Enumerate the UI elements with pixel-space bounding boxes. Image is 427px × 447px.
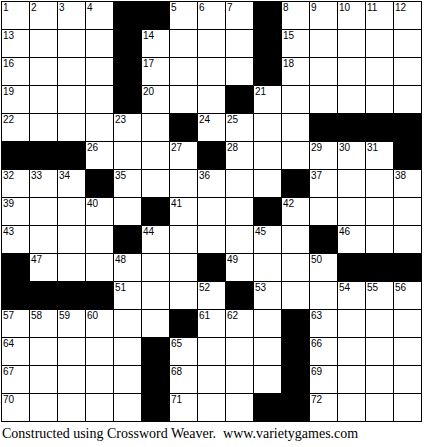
block-cell-r3c10 xyxy=(254,58,281,85)
block-cell-r6c1 xyxy=(2,142,29,169)
cell-r2c7[interactable] xyxy=(170,30,197,57)
clue-number-43: 43 xyxy=(3,226,14,237)
cell-r7c5[interactable]: 35 xyxy=(114,170,141,197)
cell-r9c13[interactable]: 46 xyxy=(338,226,365,253)
cell-r6c5[interactable] xyxy=(114,142,141,169)
cell-r12c3[interactable]: 59 xyxy=(58,310,85,337)
cell-r7c2[interactable]: 33 xyxy=(30,170,57,197)
cell-r11c8[interactable]: 52 xyxy=(198,282,225,309)
cell-r7c10[interactable] xyxy=(254,170,281,197)
block-cell-r11c2 xyxy=(30,282,57,309)
cell-r12c5[interactable] xyxy=(114,310,141,337)
cell-r8c12[interactable] xyxy=(310,198,337,225)
cell-r10c2[interactable]: 47 xyxy=(30,254,57,281)
block-cell-r5c12 xyxy=(310,114,337,141)
crossword-grid: 1234567891011121314151617181920212223242… xyxy=(1,1,422,422)
cell-r13c2[interactable] xyxy=(30,338,57,365)
cell-r15c4[interactable] xyxy=(86,394,113,421)
cell-r9c10[interactable]: 45 xyxy=(254,226,281,253)
cell-r8c2[interactable] xyxy=(30,198,57,225)
clue-number-19: 19 xyxy=(3,86,14,97)
cell-r12c6[interactable] xyxy=(142,310,169,337)
cell-r4c14[interactable] xyxy=(366,86,393,113)
block-cell-r6c8 xyxy=(198,142,225,169)
cell-r8c3[interactable] xyxy=(58,198,85,225)
clue-number-66: 66 xyxy=(311,338,322,349)
block-cell-r14c11 xyxy=(282,366,309,393)
cell-r7c9[interactable] xyxy=(226,170,253,197)
block-cell-r4c5 xyxy=(114,86,141,113)
cell-r12c14[interactable] xyxy=(366,310,393,337)
clue-number-63: 63 xyxy=(311,310,322,321)
clue-number-64: 64 xyxy=(3,338,14,349)
cell-r13c7[interactable]: 65 xyxy=(170,338,197,365)
cell-r12c1[interactable]: 57 xyxy=(2,310,29,337)
clue-number-5: 5 xyxy=(171,2,177,13)
cell-r12c10[interactable] xyxy=(254,310,281,337)
cell-r10c11[interactable] xyxy=(282,254,309,281)
cell-r15c5[interactable] xyxy=(114,394,141,421)
clue-number-65: 65 xyxy=(171,338,182,349)
clue-number-38: 38 xyxy=(395,170,406,181)
cell-r1c14[interactable]: 11 xyxy=(366,2,393,29)
cell-r12c4[interactable]: 60 xyxy=(86,310,113,337)
cell-r13c14[interactable] xyxy=(366,338,393,365)
block-cell-r11c1 xyxy=(2,282,29,309)
cell-r7c1[interactable]: 32 xyxy=(2,170,29,197)
cell-r14c10[interactable] xyxy=(254,366,281,393)
clue-number-45: 45 xyxy=(255,226,266,237)
cell-r11c12[interactable] xyxy=(310,282,337,309)
block-cell-r10c13 xyxy=(338,254,365,281)
clue-number-37: 37 xyxy=(311,170,322,181)
cell-r9c4[interactable] xyxy=(86,226,113,253)
cell-r4c11[interactable] xyxy=(282,86,309,113)
cell-r4c7[interactable] xyxy=(170,86,197,113)
cell-r15c13[interactable] xyxy=(338,394,365,421)
clue-number-42: 42 xyxy=(283,198,294,209)
cell-r8c15[interactable] xyxy=(394,198,421,225)
cell-r11c13[interactable]: 54 xyxy=(338,282,365,309)
cell-r2c12[interactable] xyxy=(310,30,337,57)
cell-r15c3[interactable] xyxy=(58,394,85,421)
cell-r8c5[interactable] xyxy=(114,198,141,225)
block-cell-r5c15 xyxy=(394,114,421,141)
cell-r6c4[interactable]: 26 xyxy=(86,142,113,169)
clue-number-71: 71 xyxy=(171,394,182,405)
clue-number-4: 4 xyxy=(87,2,93,13)
cell-r14c14[interactable] xyxy=(366,366,393,393)
clue-number-33: 33 xyxy=(31,170,42,181)
clue-number-20: 20 xyxy=(143,86,154,97)
clue-number-35: 35 xyxy=(115,170,126,181)
cell-r7c14[interactable] xyxy=(366,170,393,197)
cell-r6c10[interactable] xyxy=(254,142,281,169)
cell-r9c3[interactable] xyxy=(58,226,85,253)
clue-number-29: 29 xyxy=(311,142,322,153)
clue-number-1: 1 xyxy=(3,2,9,13)
block-cell-r9c5 xyxy=(114,226,141,253)
cell-r3c12[interactable] xyxy=(310,58,337,85)
block-cell-r1c5 xyxy=(114,2,141,29)
cell-r6c14[interactable]: 31 xyxy=(366,142,393,169)
cell-r14c5[interactable] xyxy=(114,366,141,393)
cell-r8c8[interactable] xyxy=(198,198,225,225)
cell-r5c2[interactable] xyxy=(30,114,57,141)
cell-r15c15[interactable] xyxy=(394,394,421,421)
cell-r1c4[interactable]: 4 xyxy=(86,2,113,29)
block-cell-r10c14 xyxy=(366,254,393,281)
cell-r12c15[interactable] xyxy=(394,310,421,337)
cell-r4c8[interactable] xyxy=(198,86,225,113)
cell-r8c9[interactable] xyxy=(226,198,253,225)
block-cell-r12c7 xyxy=(170,310,197,337)
clue-number-51: 51 xyxy=(115,282,126,293)
cell-r6c13[interactable]: 30 xyxy=(338,142,365,169)
cell-r15c14[interactable] xyxy=(366,394,393,421)
block-cell-r13c6 xyxy=(142,338,169,365)
clue-number-41: 41 xyxy=(171,198,182,209)
cell-r9c1[interactable]: 43 xyxy=(2,226,29,253)
cell-r14c8[interactable] xyxy=(198,366,225,393)
clue-number-7: 7 xyxy=(227,2,233,13)
cell-r1c13[interactable]: 10 xyxy=(338,2,365,29)
cell-r2c14[interactable] xyxy=(366,30,393,57)
cell-r14c1[interactable]: 67 xyxy=(2,366,29,393)
cell-r1c9[interactable]: 7 xyxy=(226,2,253,29)
cell-r6c6[interactable] xyxy=(142,142,169,169)
cell-r15c1[interactable]: 70 xyxy=(2,394,29,421)
block-cell-r15c6 xyxy=(142,394,169,421)
block-cell-r12c11 xyxy=(282,310,309,337)
cell-r14c12[interactable]: 69 xyxy=(310,366,337,393)
clue-number-48: 48 xyxy=(115,254,126,265)
clue-number-46: 46 xyxy=(339,226,350,237)
block-cell-r10c1 xyxy=(2,254,29,281)
cell-r3c1[interactable]: 16 xyxy=(2,58,29,85)
block-cell-r2c10 xyxy=(254,30,281,57)
cell-r4c15[interactable] xyxy=(394,86,421,113)
cell-r12c13[interactable] xyxy=(338,310,365,337)
cell-r9c9[interactable] xyxy=(226,226,253,253)
cell-r9c7[interactable] xyxy=(170,226,197,253)
clue-number-13: 13 xyxy=(3,30,14,41)
block-cell-r15c11 xyxy=(282,394,309,421)
clue-number-61: 61 xyxy=(199,310,210,321)
cell-r11c7[interactable] xyxy=(170,282,197,309)
cell-r13c4[interactable] xyxy=(86,338,113,365)
cell-r13c5[interactable] xyxy=(114,338,141,365)
clue-number-30: 30 xyxy=(339,142,350,153)
clue-number-53: 53 xyxy=(255,282,266,293)
cell-r4c6[interactable]: 20 xyxy=(142,86,169,113)
cell-r14c3[interactable] xyxy=(58,366,85,393)
clue-number-8: 8 xyxy=(283,2,289,13)
cell-r11c14[interactable]: 55 xyxy=(366,282,393,309)
cell-r4c1[interactable]: 19 xyxy=(2,86,29,113)
cell-r1c15[interactable]: 12 xyxy=(394,2,421,29)
cell-r10c9[interactable]: 49 xyxy=(226,254,253,281)
clue-number-27: 27 xyxy=(171,142,182,153)
block-cell-r8c6 xyxy=(142,198,169,225)
cell-r10c12[interactable]: 50 xyxy=(310,254,337,281)
clue-number-2: 2 xyxy=(31,2,37,13)
clue-number-62: 62 xyxy=(227,310,238,321)
cell-r2c2[interactable] xyxy=(30,30,57,57)
cell-r5c4[interactable] xyxy=(86,114,113,141)
block-cell-r6c3 xyxy=(58,142,85,169)
cell-r13c15[interactable] xyxy=(394,338,421,365)
cell-r7c3[interactable]: 34 xyxy=(58,170,85,197)
block-cell-r6c2 xyxy=(30,142,57,169)
cell-r11c6[interactable] xyxy=(142,282,169,309)
cell-r6c12[interactable]: 29 xyxy=(310,142,337,169)
block-cell-r14c6 xyxy=(142,366,169,393)
clue-number-9: 9 xyxy=(311,2,317,13)
cell-r10c7[interactable] xyxy=(170,254,197,281)
cell-r15c12[interactable]: 72 xyxy=(310,394,337,421)
cell-r4c10[interactable]: 21 xyxy=(254,86,281,113)
crossword-page: 1234567891011121314151617181920212223242… xyxy=(0,1,427,442)
block-cell-r15c10 xyxy=(254,394,281,421)
block-cell-r1c6 xyxy=(142,2,169,29)
cell-r7c15[interactable]: 38 xyxy=(394,170,421,197)
block-cell-r5c7 xyxy=(170,114,197,141)
block-cell-r1c10 xyxy=(254,2,281,29)
clue-number-31: 31 xyxy=(367,142,378,153)
clue-number-12: 12 xyxy=(395,2,406,13)
cell-r15c9[interactable] xyxy=(226,394,253,421)
cell-r7c12[interactable]: 37 xyxy=(310,170,337,197)
cell-r7c13[interactable] xyxy=(338,170,365,197)
cell-r5c3[interactable] xyxy=(58,114,85,141)
cell-r3c13[interactable] xyxy=(338,58,365,85)
cell-r4c13[interactable] xyxy=(338,86,365,113)
cell-r13c8[interactable] xyxy=(198,338,225,365)
clue-number-39: 39 xyxy=(3,198,14,209)
cell-r5c9[interactable]: 25 xyxy=(226,114,253,141)
clue-number-58: 58 xyxy=(31,310,42,321)
cell-r9c2[interactable] xyxy=(30,226,57,253)
cell-r3c9[interactable] xyxy=(226,58,253,85)
clue-number-49: 49 xyxy=(227,254,238,265)
cell-r14c4[interactable] xyxy=(86,366,113,393)
cell-r14c9[interactable] xyxy=(226,366,253,393)
cell-r8c14[interactable] xyxy=(366,198,393,225)
cell-r4c2[interactable] xyxy=(30,86,57,113)
cell-r5c8[interactable]: 24 xyxy=(198,114,225,141)
cell-r2c9[interactable] xyxy=(226,30,253,57)
cell-r1c12[interactable]: 9 xyxy=(310,2,337,29)
clue-number-25: 25 xyxy=(227,114,238,125)
clue-number-11: 11 xyxy=(367,2,377,13)
block-cell-r13c11 xyxy=(282,338,309,365)
clue-number-40: 40 xyxy=(87,198,98,209)
cell-r13c3[interactable] xyxy=(58,338,85,365)
cell-r10c3[interactable] xyxy=(58,254,85,281)
clue-number-26: 26 xyxy=(87,142,98,153)
cell-r8c7[interactable]: 41 xyxy=(170,198,197,225)
clue-number-21: 21 xyxy=(255,86,266,97)
cell-r9c8[interactable] xyxy=(198,226,225,253)
cell-r2c15[interactable] xyxy=(394,30,421,57)
cell-r13c9[interactable] xyxy=(226,338,253,365)
credit-line: Constructed using Crossword Weaver. www.… xyxy=(2,426,427,442)
cell-r7c8[interactable]: 36 xyxy=(198,170,225,197)
cell-r2c13[interactable] xyxy=(338,30,365,57)
cell-r13c1[interactable]: 64 xyxy=(2,338,29,365)
cell-r9c6[interactable]: 44 xyxy=(142,226,169,253)
clue-number-6: 6 xyxy=(199,2,205,13)
cell-r3c15[interactable] xyxy=(394,58,421,85)
clue-number-55: 55 xyxy=(367,282,378,293)
cell-r15c2[interactable] xyxy=(30,394,57,421)
cell-r1c3[interactable]: 3 xyxy=(58,2,85,29)
cell-r3c14[interactable] xyxy=(366,58,393,85)
cell-r9c14[interactable] xyxy=(366,226,393,253)
cell-r13c10[interactable] xyxy=(254,338,281,365)
clue-number-67: 67 xyxy=(3,366,14,377)
cell-r12c9[interactable]: 62 xyxy=(226,310,253,337)
clue-number-34: 34 xyxy=(59,170,70,181)
clue-number-52: 52 xyxy=(199,282,210,293)
cell-r8c1[interactable]: 39 xyxy=(2,198,29,225)
block-cell-r11c3 xyxy=(58,282,85,309)
cell-r4c3[interactable] xyxy=(58,86,85,113)
cell-r9c15[interactable] xyxy=(394,226,421,253)
cell-r1c11[interactable]: 8 xyxy=(282,2,309,29)
clue-number-47: 47 xyxy=(31,254,42,265)
cell-r14c15[interactable] xyxy=(394,366,421,393)
cell-r14c13[interactable] xyxy=(338,366,365,393)
cell-r12c2[interactable]: 58 xyxy=(30,310,57,337)
cell-r14c2[interactable] xyxy=(30,366,57,393)
cell-r10c4[interactable] xyxy=(86,254,113,281)
block-cell-r6c15 xyxy=(394,142,421,169)
cell-r3c2[interactable] xyxy=(30,58,57,85)
cell-r3c7[interactable] xyxy=(170,58,197,85)
cell-r15c8[interactable] xyxy=(198,394,225,421)
cell-r5c11[interactable] xyxy=(282,114,309,141)
clue-number-72: 72 xyxy=(311,394,322,405)
cell-r3c4[interactable] xyxy=(86,58,113,85)
cell-r1c1[interactable]: 1 xyxy=(2,2,29,29)
clue-number-16: 16 xyxy=(3,58,14,69)
clue-number-22: 22 xyxy=(3,114,14,125)
block-cell-r11c9 xyxy=(226,282,253,309)
cell-r5c5[interactable]: 23 xyxy=(114,114,141,141)
block-cell-r8c10 xyxy=(254,198,281,225)
cell-r3c8[interactable] xyxy=(198,58,225,85)
block-cell-r9c12 xyxy=(310,226,337,253)
cell-r8c11[interactable]: 42 xyxy=(282,198,309,225)
cell-r9c11[interactable] xyxy=(282,226,309,253)
block-cell-r11c4 xyxy=(86,282,113,309)
block-cell-r10c8 xyxy=(198,254,225,281)
clue-number-59: 59 xyxy=(59,310,70,321)
block-cell-r7c4 xyxy=(86,170,113,197)
block-cell-r4c9 xyxy=(226,86,253,113)
clue-number-24: 24 xyxy=(199,114,210,125)
clue-number-23: 23 xyxy=(115,114,126,125)
clue-number-50: 50 xyxy=(311,254,322,265)
cell-r7c7[interactable] xyxy=(170,170,197,197)
cell-r11c11[interactable] xyxy=(282,282,309,309)
clue-number-28: 28 xyxy=(227,142,238,153)
clue-number-3: 3 xyxy=(59,2,65,13)
cell-r1c7[interactable]: 5 xyxy=(170,2,197,29)
cell-r6c7[interactable]: 27 xyxy=(170,142,197,169)
cell-r14c7[interactable]: 68 xyxy=(170,366,197,393)
cell-r8c4[interactable]: 40 xyxy=(86,198,113,225)
cell-r11c15[interactable]: 56 xyxy=(394,282,421,309)
cell-r4c4[interactable] xyxy=(86,86,113,113)
block-cell-r5c14 xyxy=(366,114,393,141)
cell-r11c5[interactable]: 51 xyxy=(114,282,141,309)
cell-r11c10[interactable]: 53 xyxy=(254,282,281,309)
clue-number-69: 69 xyxy=(311,366,322,377)
clue-number-36: 36 xyxy=(199,170,210,181)
clue-number-10: 10 xyxy=(339,2,350,13)
cell-r5c1[interactable]: 22 xyxy=(2,114,29,141)
cell-r2c8[interactable] xyxy=(198,30,225,57)
cell-r10c6[interactable] xyxy=(142,254,169,281)
clue-number-15: 15 xyxy=(283,30,294,41)
cell-r3c11[interactable]: 18 xyxy=(282,58,309,85)
clue-number-14: 14 xyxy=(143,30,154,41)
block-cell-r10c15 xyxy=(394,254,421,281)
clue-number-68: 68 xyxy=(171,366,182,377)
cell-r2c6[interactable]: 14 xyxy=(142,30,169,57)
cell-r6c11[interactable] xyxy=(282,142,309,169)
cell-r10c10[interactable] xyxy=(254,254,281,281)
cell-r1c2[interactable]: 2 xyxy=(30,2,57,29)
clue-number-18: 18 xyxy=(283,58,294,69)
cell-r3c3[interactable] xyxy=(58,58,85,85)
cell-r2c1[interactable]: 13 xyxy=(2,30,29,57)
clue-number-70: 70 xyxy=(3,394,14,405)
cell-r8c13[interactable] xyxy=(338,198,365,225)
cell-r1c8[interactable]: 6 xyxy=(198,2,225,29)
cell-r13c13[interactable] xyxy=(338,338,365,365)
cell-r2c11[interactable]: 15 xyxy=(282,30,309,57)
block-cell-r7c11 xyxy=(282,170,309,197)
cell-r15c7[interactable]: 71 xyxy=(170,394,197,421)
clue-number-56: 56 xyxy=(395,282,406,293)
block-cell-r5c13 xyxy=(338,114,365,141)
cell-r6c9[interactable]: 28 xyxy=(226,142,253,169)
cell-r13c12[interactable]: 66 xyxy=(310,338,337,365)
block-cell-r2c5 xyxy=(114,30,141,57)
cell-r12c8[interactable]: 61 xyxy=(198,310,225,337)
cell-r4c12[interactable] xyxy=(310,86,337,113)
cell-r2c4[interactable] xyxy=(86,30,113,57)
cell-r12c12[interactable]: 63 xyxy=(310,310,337,337)
clue-number-44: 44 xyxy=(143,226,154,237)
cell-r3c6[interactable]: 17 xyxy=(142,58,169,85)
cell-r5c6[interactable] xyxy=(142,114,169,141)
cell-r7c6[interactable] xyxy=(142,170,169,197)
clue-number-54: 54 xyxy=(339,282,350,293)
clue-number-17: 17 xyxy=(143,58,154,69)
clue-number-32: 32 xyxy=(3,170,14,181)
clue-number-57: 57 xyxy=(3,310,14,321)
block-cell-r3c5 xyxy=(114,58,141,85)
clue-number-60: 60 xyxy=(87,310,98,321)
cell-r10c5[interactable]: 48 xyxy=(114,254,141,281)
cell-r2c3[interactable] xyxy=(58,30,85,57)
cell-r5c10[interactable] xyxy=(254,114,281,141)
